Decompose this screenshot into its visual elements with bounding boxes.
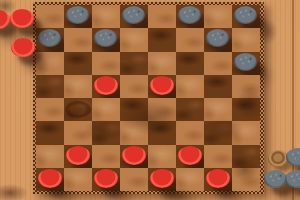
square-r4c8[interactable]: [232, 75, 260, 98]
red-piece[interactable]: [38, 169, 62, 188]
square-r3c2[interactable]: [64, 52, 92, 75]
captured-red-piece: [0, 10, 10, 29]
square-r8c1[interactable]: [36, 168, 64, 191]
square-r1c4[interactable]: [120, 5, 148, 28]
square-r8c3[interactable]: [92, 168, 120, 191]
square-r5c5[interactable]: [148, 98, 176, 121]
square-r8c2[interactable]: [64, 168, 92, 191]
square-r6c2[interactable]: [64, 121, 92, 144]
black-piece[interactable]: [178, 6, 201, 24]
checkers-game-scene: [0, 0, 300, 200]
square-r5c1[interactable]: [36, 98, 64, 121]
red-piece[interactable]: [94, 169, 118, 188]
square-r5c6[interactable]: [176, 98, 204, 121]
square-r6c6[interactable]: [176, 121, 204, 144]
square-r7c1[interactable]: [36, 145, 64, 168]
square-r2c7[interactable]: [204, 28, 232, 51]
square-r7c3[interactable]: [92, 145, 120, 168]
red-piece[interactable]: [206, 169, 230, 188]
square-r2c1[interactable]: [36, 28, 64, 51]
square-r1c2[interactable]: [64, 5, 92, 28]
wood-knot: [65, 101, 91, 118]
square-r1c7[interactable]: [204, 5, 232, 28]
wood-plank-seam: [292, 0, 294, 200]
board-grid: [36, 5, 260, 191]
square-r4c3[interactable]: [92, 75, 120, 98]
square-r1c8[interactable]: [232, 5, 260, 28]
red-piece[interactable]: [150, 169, 174, 188]
red-piece[interactable]: [178, 146, 202, 165]
square-r5c2[interactable]: [64, 98, 92, 121]
square-r2c8[interactable]: [232, 28, 260, 51]
captured-red-piece: [10, 9, 34, 28]
square-r6c7[interactable]: [204, 121, 232, 144]
square-r8c6[interactable]: [176, 168, 204, 191]
square-r6c8[interactable]: [232, 121, 260, 144]
square-r4c1[interactable]: [36, 75, 64, 98]
square-r5c7[interactable]: [204, 98, 232, 121]
square-r3c6[interactable]: [176, 52, 204, 75]
captured-black-piece: [268, 150, 288, 167]
square-r8c4[interactable]: [120, 168, 148, 191]
square-r3c7[interactable]: [204, 52, 232, 75]
square-r2c5[interactable]: [148, 28, 176, 51]
square-r4c6[interactable]: [176, 75, 204, 98]
square-r3c3[interactable]: [92, 52, 120, 75]
black-piece[interactable]: [122, 6, 145, 24]
square-r7c6[interactable]: [176, 145, 204, 168]
square-r8c7[interactable]: [204, 168, 232, 191]
square-r5c8[interactable]: [232, 98, 260, 121]
square-r2c3[interactable]: [92, 28, 120, 51]
black-piece[interactable]: [66, 6, 89, 24]
square-r2c6[interactable]: [176, 28, 204, 51]
square-r1c1[interactable]: [36, 5, 64, 28]
square-r3c1[interactable]: [36, 52, 64, 75]
black-piece[interactable]: [234, 53, 257, 71]
square-r6c4[interactable]: [120, 121, 148, 144]
square-r1c3[interactable]: [92, 5, 120, 28]
square-r3c5[interactable]: [148, 52, 176, 75]
black-piece[interactable]: [94, 29, 117, 47]
black-piece[interactable]: [234, 6, 257, 24]
black-piece[interactable]: [206, 29, 229, 47]
red-piece[interactable]: [122, 146, 146, 165]
square-r3c8[interactable]: [232, 52, 260, 75]
square-r6c3[interactable]: [92, 121, 120, 144]
square-r6c5[interactable]: [148, 121, 176, 144]
square-r1c6[interactable]: [176, 5, 204, 28]
square-r4c4[interactable]: [120, 75, 148, 98]
square-r2c4[interactable]: [120, 28, 148, 51]
red-piece[interactable]: [150, 76, 174, 95]
red-piece[interactable]: [66, 146, 90, 165]
square-r7c4[interactable]: [120, 145, 148, 168]
square-r7c7[interactable]: [204, 145, 232, 168]
square-r3c4[interactable]: [120, 52, 148, 75]
square-r7c8[interactable]: [232, 145, 260, 168]
square-r1c5[interactable]: [148, 5, 176, 28]
square-r6c1[interactable]: [36, 121, 64, 144]
square-r4c2[interactable]: [64, 75, 92, 98]
captured-black-piece: [264, 170, 287, 188]
square-r8c8[interactable]: [232, 168, 260, 191]
square-r8c5[interactable]: [148, 168, 176, 191]
square-r4c5[interactable]: [148, 75, 176, 98]
square-r7c2[interactable]: [64, 145, 92, 168]
square-r5c4[interactable]: [120, 98, 148, 121]
square-r5c3[interactable]: [92, 98, 120, 121]
captured-red-piece: [11, 38, 35, 57]
square-r7c5[interactable]: [148, 145, 176, 168]
square-r4c7[interactable]: [204, 75, 232, 98]
black-piece[interactable]: [38, 29, 61, 47]
square-r2c2[interactable]: [64, 28, 92, 51]
red-piece[interactable]: [94, 76, 118, 95]
